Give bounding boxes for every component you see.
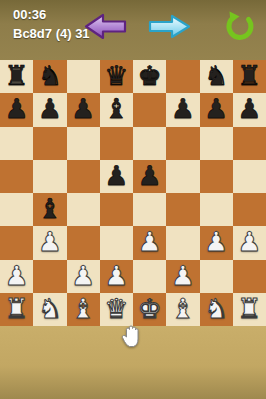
black-rook[interactable]: ♜: [237, 62, 261, 89]
white-pawn[interactable]: ♟: [104, 262, 128, 289]
white-pawn[interactable]: ♟: [38, 228, 62, 255]
white-pawn[interactable]: ♟: [237, 228, 261, 255]
square-e1[interactable]: ♚: [133, 293, 166, 326]
square-c6[interactable]: [67, 127, 100, 160]
black-rook[interactable]: ♜: [5, 62, 29, 89]
square-h4[interactable]: [233, 193, 266, 226]
square-c8[interactable]: [67, 60, 100, 93]
black-pawn[interactable]: ♟: [237, 95, 261, 122]
square-b7[interactable]: ♟: [33, 93, 66, 126]
header-bar: 00:36 Bc8d7 (4) 31: [0, 0, 266, 60]
square-b5[interactable]: [33, 160, 66, 193]
square-b8[interactable]: ♞: [33, 60, 66, 93]
square-a3[interactable]: [0, 226, 33, 259]
game-clock: 00:36: [13, 7, 46, 22]
square-a6[interactable]: [0, 127, 33, 160]
right-arrow-icon: [148, 14, 191, 39]
square-g8[interactable]: ♞: [200, 60, 233, 93]
black-bishop[interactable]: ♝: [104, 95, 128, 122]
black-queen[interactable]: ♛: [104, 62, 128, 89]
square-e5[interactable]: ♟: [133, 160, 166, 193]
square-a7[interactable]: ♟: [0, 93, 33, 126]
white-king[interactable]: ♚: [138, 295, 162, 322]
square-f8[interactable]: [166, 60, 199, 93]
square-f4[interactable]: [166, 193, 199, 226]
black-pawn[interactable]: ♟: [38, 95, 62, 122]
left-arrow-icon: [84, 13, 127, 40]
square-e3[interactable]: ♟: [133, 226, 166, 259]
square-f5[interactable]: [166, 160, 199, 193]
square-b1[interactable]: ♞: [33, 293, 66, 326]
move-notation: Bc8d7 (4) 31: [13, 26, 90, 41]
square-h6[interactable]: [233, 127, 266, 160]
square-c7[interactable]: ♟: [67, 93, 100, 126]
square-h3[interactable]: ♟: [233, 226, 266, 259]
square-g6[interactable]: [200, 127, 233, 160]
black-king[interactable]: ♚: [138, 62, 162, 89]
white-pawn[interactable]: ♟: [204, 228, 228, 255]
square-d4[interactable]: [100, 193, 133, 226]
square-a1[interactable]: ♜: [0, 293, 33, 326]
white-pawn[interactable]: ♟: [5, 262, 29, 289]
chess-board: ♜♞♛♚♞♜♟♟♟♝♟♟♟♟♟♝♟♟♟♟♟♟♟♟♜♞♝♛♚♝♞♜: [0, 60, 266, 326]
chess-app: 00:36 Bc8d7 (4) 31: [0, 0, 266, 399]
square-f1[interactable]: ♝: [166, 293, 199, 326]
square-h2[interactable]: [233, 260, 266, 293]
square-e6[interactable]: [133, 127, 166, 160]
square-d7[interactable]: ♝: [100, 93, 133, 126]
square-c2[interactable]: ♟: [67, 260, 100, 293]
black-knight[interactable]: ♞: [38, 62, 62, 89]
white-knight[interactable]: ♞: [204, 295, 228, 322]
footer-area: [0, 326, 266, 399]
square-d6[interactable]: [100, 127, 133, 160]
square-h8[interactable]: ♜: [233, 60, 266, 93]
white-pawn[interactable]: ♟: [171, 262, 195, 289]
restart-game-button[interactable]: [224, 10, 256, 42]
white-queen[interactable]: ♛: [104, 295, 128, 322]
black-pawn[interactable]: ♟: [204, 95, 228, 122]
square-g2[interactable]: [200, 260, 233, 293]
white-pawn[interactable]: ♟: [138, 228, 162, 255]
square-a8[interactable]: ♜: [0, 60, 33, 93]
square-d1[interactable]: ♛: [100, 293, 133, 326]
square-h7[interactable]: ♟: [233, 93, 266, 126]
white-bishop[interactable]: ♝: [71, 295, 95, 322]
square-f7[interactable]: ♟: [166, 93, 199, 126]
square-b2[interactable]: [33, 260, 66, 293]
square-a2[interactable]: ♟: [0, 260, 33, 293]
square-g7[interactable]: ♟: [200, 93, 233, 126]
black-knight[interactable]: ♞: [204, 62, 228, 89]
black-pawn[interactable]: ♟: [5, 95, 29, 122]
black-pawn[interactable]: ♟: [171, 95, 195, 122]
square-a4[interactable]: [0, 193, 33, 226]
square-d3[interactable]: [100, 226, 133, 259]
square-d8[interactable]: ♛: [100, 60, 133, 93]
square-g3[interactable]: ♟: [200, 226, 233, 259]
square-c5[interactable]: [67, 160, 100, 193]
square-e4[interactable]: [133, 193, 166, 226]
square-g5[interactable]: [200, 160, 233, 193]
square-a5[interactable]: [0, 160, 33, 193]
square-b4[interactable]: ♝: [33, 193, 66, 226]
square-e2[interactable]: [133, 260, 166, 293]
white-pawn[interactable]: ♟: [71, 262, 95, 289]
next-move-button[interactable]: [148, 14, 191, 39]
square-e7[interactable]: [133, 93, 166, 126]
previous-move-button[interactable]: [84, 13, 127, 40]
square-e8[interactable]: ♚: [133, 60, 166, 93]
square-g4[interactable]: [200, 193, 233, 226]
square-d2[interactable]: ♟: [100, 260, 133, 293]
square-b3[interactable]: ♟: [33, 226, 66, 259]
square-f2[interactable]: ♟: [166, 260, 199, 293]
refresh-icon: [224, 10, 256, 42]
white-rook[interactable]: ♜: [5, 295, 29, 322]
white-rook[interactable]: ♜: [237, 295, 261, 322]
black-pawn[interactable]: ♟: [104, 162, 128, 189]
white-knight[interactable]: ♞: [38, 295, 62, 322]
square-f6[interactable]: [166, 127, 199, 160]
square-c3[interactable]: [67, 226, 100, 259]
square-b6[interactable]: [33, 127, 66, 160]
square-d5[interactable]: ♟: [100, 160, 133, 193]
square-c4[interactable]: [67, 193, 100, 226]
square-h1[interactable]: ♜: [233, 293, 266, 326]
hand-cursor: [120, 325, 142, 349]
square-h5[interactable]: [233, 160, 266, 193]
black-bishop[interactable]: ♝: [38, 195, 62, 222]
black-pawn[interactable]: ♟: [71, 95, 95, 122]
square-f3[interactable]: [166, 226, 199, 259]
white-bishop[interactable]: ♝: [171, 295, 195, 322]
black-pawn[interactable]: ♟: [138, 162, 162, 189]
square-c1[interactable]: ♝: [67, 293, 100, 326]
square-g1[interactable]: ♞: [200, 293, 233, 326]
